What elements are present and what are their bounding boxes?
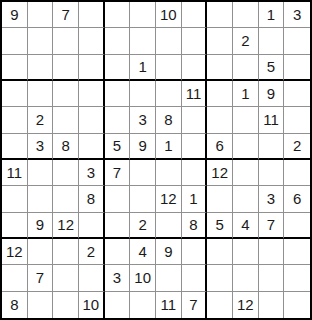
- sudoku-given-cell: 4: [130, 239, 156, 265]
- sudoku-empty-cell[interactable]: [207, 239, 233, 265]
- sudoku-empty-cell[interactable]: [105, 186, 131, 212]
- sudoku-empty-cell[interactable]: [182, 55, 208, 81]
- sudoku-given-cell: 10: [79, 292, 105, 318]
- sudoku-empty-cell[interactable]: [284, 239, 310, 265]
- sudoku-empty-cell[interactable]: [207, 81, 233, 107]
- sudoku-given-cell: 12: [207, 160, 233, 186]
- sudoku-given-cell: 11: [182, 81, 208, 107]
- sudoku-empty-cell[interactable]: [156, 28, 182, 54]
- sudoku-empty-cell[interactable]: [284, 55, 310, 81]
- sudoku-empty-cell[interactable]: [259, 292, 285, 318]
- sudoku-empty-cell[interactable]: [28, 55, 54, 81]
- sudoku-empty-cell[interactable]: [156, 160, 182, 186]
- sudoku-empty-cell[interactable]: [207, 186, 233, 212]
- sudoku-empty-cell[interactable]: [284, 81, 310, 107]
- sudoku-given-cell: 2: [130, 213, 156, 239]
- sudoku-empty-cell[interactable]: [53, 55, 79, 81]
- sudoku-given-cell: 3: [105, 265, 131, 291]
- sudoku-empty-cell[interactable]: [182, 160, 208, 186]
- sudoku-empty-cell[interactable]: [2, 28, 28, 54]
- sudoku-given-cell: 7: [28, 265, 54, 291]
- sudoku-empty-cell[interactable]: [28, 81, 54, 107]
- sudoku-empty-cell[interactable]: [2, 81, 28, 107]
- sudoku-empty-cell[interactable]: [79, 134, 105, 160]
- sudoku-empty-cell[interactable]: [28, 186, 54, 212]
- sudoku-empty-cell[interactable]: [53, 81, 79, 107]
- sudoku-given-cell: 5: [105, 134, 131, 160]
- sudoku-given-cell: 11: [156, 292, 182, 318]
- sudoku-given-cell: 8: [2, 292, 28, 318]
- sudoku-empty-cell[interactable]: [207, 2, 233, 28]
- sudoku-empty-cell[interactable]: [233, 265, 259, 291]
- sudoku-given-cell: 4: [233, 213, 259, 239]
- sudoku-empty-cell[interactable]: [28, 292, 54, 318]
- sudoku-given-cell: 9: [28, 213, 54, 239]
- sudoku-given-cell: 7: [259, 213, 285, 239]
- sudoku-empty-cell[interactable]: [207, 55, 233, 81]
- sudoku-empty-cell[interactable]: [53, 292, 79, 318]
- sudoku-empty-cell[interactable]: [182, 239, 208, 265]
- sudoku-given-cell: 2: [233, 28, 259, 54]
- sudoku-empty-cell[interactable]: [284, 107, 310, 133]
- sudoku-given-cell: 7: [53, 2, 79, 28]
- sudoku-given-cell: 12: [2, 239, 28, 265]
- sudoku-empty-cell[interactable]: [156, 81, 182, 107]
- sudoku-given-cell: 8: [182, 213, 208, 239]
- sudoku-given-cell: 9: [130, 134, 156, 160]
- sudoku-given-cell: 12: [233, 292, 259, 318]
- sudoku-empty-cell[interactable]: [207, 265, 233, 291]
- sudoku-empty-cell[interactable]: [233, 55, 259, 81]
- sudoku-given-cell: 3: [130, 107, 156, 133]
- sudoku-empty-cell[interactable]: [233, 2, 259, 28]
- sudoku-given-cell: 1: [233, 81, 259, 107]
- sudoku-empty-cell[interactable]: [2, 265, 28, 291]
- sudoku-empty-cell[interactable]: [79, 2, 105, 28]
- sudoku-given-cell: 5: [259, 55, 285, 81]
- sudoku-given-cell: 3: [79, 160, 105, 186]
- sudoku-empty-cell[interactable]: [259, 160, 285, 186]
- sudoku-empty-cell[interactable]: [156, 55, 182, 81]
- sudoku-empty-cell[interactable]: [105, 292, 131, 318]
- sudoku-given-cell: 6: [284, 186, 310, 212]
- sudoku-empty-cell[interactable]: [182, 2, 208, 28]
- sudoku-empty-cell[interactable]: [130, 2, 156, 28]
- sudoku-empty-cell[interactable]: [79, 81, 105, 107]
- sudoku-given-cell: 12: [53, 213, 79, 239]
- sudoku-board: 9710132151119238113859162113712812136912…: [0, 0, 312, 320]
- sudoku-empty-cell[interactable]: [259, 28, 285, 54]
- sudoku-empty-cell[interactable]: [130, 28, 156, 54]
- sudoku-empty-cell[interactable]: [233, 160, 259, 186]
- sudoku-empty-cell[interactable]: [2, 107, 28, 133]
- sudoku-given-cell: 1: [130, 55, 156, 81]
- sudoku-given-cell: 10: [130, 265, 156, 291]
- sudoku-empty-cell[interactable]: [156, 265, 182, 291]
- sudoku-given-cell: 2: [28, 107, 54, 133]
- sudoku-empty-cell[interactable]: [233, 239, 259, 265]
- sudoku-empty-cell[interactable]: [182, 134, 208, 160]
- sudoku-given-cell: 11: [259, 107, 285, 133]
- sudoku-given-cell: 8: [53, 134, 79, 160]
- sudoku-empty-cell[interactable]: [53, 107, 79, 133]
- sudoku-empty-cell[interactable]: [28, 160, 54, 186]
- sudoku-empty-cell[interactable]: [182, 107, 208, 133]
- sudoku-empty-cell[interactable]: [130, 186, 156, 212]
- sudoku-given-cell: 1: [182, 186, 208, 212]
- sudoku-empty-cell[interactable]: [105, 28, 131, 54]
- sudoku-empty-cell[interactable]: [79, 107, 105, 133]
- sudoku-empty-cell[interactable]: [53, 265, 79, 291]
- sudoku-empty-cell[interactable]: [105, 107, 131, 133]
- sudoku-empty-cell[interactable]: [284, 265, 310, 291]
- sudoku-empty-cell[interactable]: [233, 134, 259, 160]
- sudoku-empty-cell[interactable]: [182, 28, 208, 54]
- sudoku-empty-cell[interactable]: [79, 265, 105, 291]
- sudoku-empty-cell[interactable]: [105, 55, 131, 81]
- sudoku-empty-cell[interactable]: [105, 81, 131, 107]
- sudoku-empty-cell[interactable]: [130, 81, 156, 107]
- sudoku-given-cell: 11: [2, 160, 28, 186]
- sudoku-empty-cell[interactable]: [53, 28, 79, 54]
- sudoku-empty-cell[interactable]: [207, 292, 233, 318]
- sudoku-empty-cell[interactable]: [156, 213, 182, 239]
- sudoku-empty-cell[interactable]: [259, 134, 285, 160]
- sudoku-given-cell: 10: [156, 2, 182, 28]
- sudoku-given-cell: 8: [79, 186, 105, 212]
- sudoku-given-cell: 6: [207, 134, 233, 160]
- sudoku-empty-cell[interactable]: [53, 239, 79, 265]
- sudoku-empty-cell[interactable]: [105, 2, 131, 28]
- sudoku-given-cell: 9: [2, 2, 28, 28]
- sudoku-given-cell: 5: [207, 213, 233, 239]
- sudoku-empty-cell[interactable]: [284, 292, 310, 318]
- sudoku-empty-cell[interactable]: [233, 107, 259, 133]
- sudoku-empty-cell[interactable]: [284, 213, 310, 239]
- sudoku-empty-cell[interactable]: [284, 160, 310, 186]
- sudoku-empty-cell[interactable]: [53, 160, 79, 186]
- sudoku-empty-cell[interactable]: [182, 265, 208, 291]
- sudoku-given-cell: 2: [79, 239, 105, 265]
- sudoku-empty-cell[interactable]: [79, 55, 105, 81]
- sudoku-given-cell: 9: [156, 239, 182, 265]
- sudoku-empty-cell[interactable]: [207, 107, 233, 133]
- sudoku-empty-cell[interactable]: [259, 265, 285, 291]
- sudoku-empty-cell[interactable]: [79, 213, 105, 239]
- sudoku-given-cell: 8: [156, 107, 182, 133]
- sudoku-empty-cell[interactable]: [130, 292, 156, 318]
- sudoku-empty-cell[interactable]: [207, 28, 233, 54]
- sudoku-given-cell: 2: [284, 134, 310, 160]
- sudoku-given-cell: 1: [259, 2, 285, 28]
- sudoku-given-cell: 9: [259, 81, 285, 107]
- sudoku-given-cell: 3: [284, 2, 310, 28]
- sudoku-empty-cell[interactable]: [105, 239, 131, 265]
- sudoku-empty-cell[interactable]: [259, 239, 285, 265]
- sudoku-given-cell: 7: [182, 292, 208, 318]
- sudoku-empty-cell[interactable]: [28, 2, 54, 28]
- sudoku-empty-cell[interactable]: [2, 186, 28, 212]
- sudoku-empty-cell[interactable]: [2, 134, 28, 160]
- sudoku-empty-cell[interactable]: [105, 213, 131, 239]
- sudoku-empty-cell[interactable]: [130, 160, 156, 186]
- sudoku-given-cell: 3: [259, 186, 285, 212]
- sudoku-given-cell: 7: [105, 160, 131, 186]
- sudoku-given-cell: 12: [156, 186, 182, 212]
- sudoku-empty-cell[interactable]: [2, 55, 28, 81]
- sudoku-empty-cell[interactable]: [28, 28, 54, 54]
- sudoku-given-cell: 3: [28, 134, 54, 160]
- sudoku-empty-cell[interactable]: [28, 239, 54, 265]
- sudoku-empty-cell[interactable]: [53, 186, 79, 212]
- sudoku-empty-cell[interactable]: [284, 28, 310, 54]
- sudoku-empty-cell[interactable]: [79, 28, 105, 54]
- sudoku-given-cell: 1: [156, 134, 182, 160]
- sudoku-empty-cell[interactable]: [2, 213, 28, 239]
- sudoku-empty-cell[interactable]: [233, 186, 259, 212]
